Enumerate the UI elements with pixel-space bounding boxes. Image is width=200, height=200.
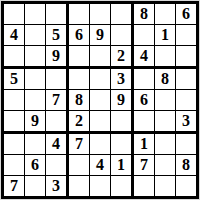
sudoku-cell-r1c7-given[interactable]: 8 (134, 4, 155, 25)
sudoku-cell-r9c9-empty[interactable] (176, 176, 196, 196)
sudoku-cell-r8c6-given[interactable]: 1 (111, 155, 134, 176)
sudoku-cell-r7c8-empty[interactable] (155, 134, 176, 155)
sudoku-cell-r7c9-empty[interactable] (176, 134, 196, 155)
sudoku-cell-r6c3-empty[interactable] (46, 111, 69, 134)
sudoku-cell-r7c4-given[interactable]: 7 (69, 134, 90, 155)
sudoku-cell-r8c7-given[interactable]: 7 (134, 155, 155, 176)
sudoku-cell-r5c6-given[interactable]: 9 (111, 90, 134, 111)
sudoku-cell-r4c2-empty[interactable] (25, 69, 46, 90)
sudoku-cell-r8c4-empty[interactable] (69, 155, 90, 176)
sudoku-cell-r1c3-empty[interactable] (46, 4, 69, 25)
sudoku-cell-r9c1-given[interactable]: 7 (4, 176, 25, 196)
sudoku-cell-r5c2-empty[interactable] (25, 90, 46, 111)
sudoku-cell-r2c1-given[interactable]: 4 (4, 25, 25, 46)
sudoku-cell-r4c7-empty[interactable] (134, 69, 155, 90)
sudoku-cell-r8c2-given[interactable]: 6 (25, 155, 46, 176)
sudoku-cell-r3c7-given[interactable]: 4 (134, 46, 155, 69)
sudoku-cell-r8c5-given[interactable]: 4 (90, 155, 111, 176)
sudoku-cell-r8c3-empty[interactable] (46, 155, 69, 176)
sudoku-cell-r9c6-empty[interactable] (111, 176, 134, 196)
sudoku-cell-r6c7-empty[interactable] (134, 111, 155, 134)
sudoku-cell-r7c5-empty[interactable] (90, 134, 111, 155)
sudoku-cell-r2c4-given[interactable]: 6 (69, 25, 90, 46)
sudoku-cell-r2c9-empty[interactable] (176, 25, 196, 46)
sudoku-cell-r5c4-given[interactable]: 8 (69, 90, 90, 111)
sudoku-cell-r7c6-empty[interactable] (111, 134, 134, 155)
sudoku-cell-r1c1-empty[interactable] (4, 4, 25, 25)
sudoku-cell-r4c5-empty[interactable] (90, 69, 111, 90)
sudoku-cell-r4c9-empty[interactable] (176, 69, 196, 90)
sudoku-cell-r4c1-given[interactable]: 5 (4, 69, 25, 90)
sudoku-cell-r6c5-empty[interactable] (90, 111, 111, 134)
sudoku-cell-r5c1-empty[interactable] (4, 90, 25, 111)
sudoku-cell-r7c7-given[interactable]: 1 (134, 134, 155, 155)
sudoku-cell-r8c1-empty[interactable] (4, 155, 25, 176)
sudoku-cell-r4c6-given[interactable]: 3 (111, 69, 134, 90)
sudoku-cell-r6c2-given[interactable]: 9 (25, 111, 46, 134)
sudoku-cell-r8c9-given[interactable]: 8 (176, 155, 196, 176)
sudoku-cell-r1c9-given[interactable]: 6 (176, 4, 196, 25)
sudoku-cell-r5c8-empty[interactable] (155, 90, 176, 111)
sudoku-cell-r2c3-given[interactable]: 5 (46, 25, 69, 46)
sudoku-cell-r8c8-empty[interactable] (155, 155, 176, 176)
sudoku-cell-r9c5-empty[interactable] (90, 176, 111, 196)
sudoku-cell-r7c2-empty[interactable] (25, 134, 46, 155)
sudoku-cell-r7c1-empty[interactable] (4, 134, 25, 155)
sudoku-cell-r3c2-empty[interactable] (25, 46, 46, 69)
sudoku-cell-r3c3-given[interactable]: 9 (46, 46, 69, 69)
sudoku-cell-r6c8-empty[interactable] (155, 111, 176, 134)
sudoku-cell-r2c6-empty[interactable] (111, 25, 134, 46)
sudoku-cell-r2c5-given[interactable]: 9 (90, 25, 111, 46)
sudoku-cell-r6c9-given[interactable]: 3 (176, 111, 196, 134)
sudoku-cell-r5c9-empty[interactable] (176, 90, 196, 111)
sudoku-cell-r3c5-empty[interactable] (90, 46, 111, 69)
sudoku-cell-r7c3-given[interactable]: 4 (46, 134, 69, 155)
sudoku-cell-r5c7-given[interactable]: 6 (134, 90, 155, 111)
sudoku-cell-r1c6-empty[interactable] (111, 4, 134, 25)
sudoku-cell-r5c5-empty[interactable] (90, 90, 111, 111)
sudoku-cell-r9c2-empty[interactable] (25, 176, 46, 196)
sudoku-board: 864569192453878969234716417873 (1, 1, 199, 199)
sudoku-cell-r3c4-empty[interactable] (69, 46, 90, 69)
sudoku-cell-r2c7-empty[interactable] (134, 25, 155, 46)
sudoku-cell-r3c1-empty[interactable] (4, 46, 25, 69)
sudoku-cell-r5c3-given[interactable]: 7 (46, 90, 69, 111)
sudoku-cell-r6c6-empty[interactable] (111, 111, 134, 134)
sudoku-cell-r6c4-given[interactable]: 2 (69, 111, 90, 134)
sudoku-cell-r4c8-given[interactable]: 8 (155, 69, 176, 90)
sudoku-cell-r2c8-given[interactable]: 1 (155, 25, 176, 46)
sudoku-cell-r9c4-empty[interactable] (69, 176, 90, 196)
sudoku-cell-r9c8-empty[interactable] (155, 176, 176, 196)
sudoku-cell-r6c1-empty[interactable] (4, 111, 25, 134)
sudoku-cell-r2c2-empty[interactable] (25, 25, 46, 46)
sudoku-cell-r1c2-empty[interactable] (25, 4, 46, 25)
sudoku-cell-r3c8-empty[interactable] (155, 46, 176, 69)
sudoku-cell-r3c6-given[interactable]: 2 (111, 46, 134, 69)
sudoku-cell-r4c4-empty[interactable] (69, 69, 90, 90)
sudoku-cell-r3c9-empty[interactable] (176, 46, 196, 69)
sudoku-cell-r1c4-empty[interactable] (69, 4, 90, 25)
sudoku-cell-r1c8-empty[interactable] (155, 4, 176, 25)
sudoku-cell-r9c7-empty[interactable] (134, 176, 155, 196)
sudoku-cell-r4c3-empty[interactable] (46, 69, 69, 90)
sudoku-cell-r1c5-empty[interactable] (90, 4, 111, 25)
sudoku-cell-r9c3-given[interactable]: 3 (46, 176, 69, 196)
